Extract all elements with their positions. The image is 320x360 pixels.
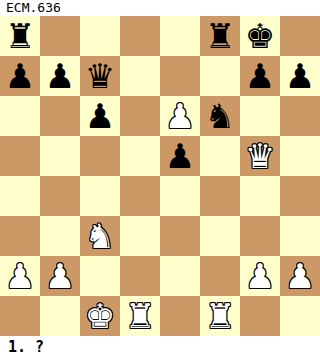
square-b8[interactable]	[40, 16, 80, 56]
black-rook-icon[interactable]: ♜	[5, 16, 35, 56]
square-h8[interactable]	[280, 16, 320, 56]
square-g2[interactable]: ♟	[240, 256, 280, 296]
square-d8[interactable]	[120, 16, 160, 56]
black-pawn-icon[interactable]: ♟	[85, 96, 115, 136]
square-g6[interactable]	[240, 96, 280, 136]
black-pawn-icon[interactable]: ♟	[285, 56, 315, 96]
square-h2[interactable]: ♟	[280, 256, 320, 296]
square-h5[interactable]	[280, 136, 320, 176]
square-a4[interactable]	[0, 176, 40, 216]
square-g5[interactable]: ♛	[240, 136, 280, 176]
square-h1[interactable]	[280, 296, 320, 336]
white-pawn-icon[interactable]: ♟	[285, 256, 315, 296]
square-f1[interactable]: ♜	[200, 296, 240, 336]
black-rook-icon[interactable]: ♜	[205, 16, 235, 56]
square-c8[interactable]	[80, 16, 120, 56]
black-king-icon[interactable]: ♚	[245, 16, 275, 56]
square-d5[interactable]	[120, 136, 160, 176]
square-f4[interactable]	[200, 176, 240, 216]
square-e1[interactable]	[160, 296, 200, 336]
square-d1[interactable]: ♜	[120, 296, 160, 336]
square-d4[interactable]	[120, 176, 160, 216]
square-c4[interactable]	[80, 176, 120, 216]
square-c7[interactable]: ♛	[80, 56, 120, 96]
square-c1[interactable]: ♚	[80, 296, 120, 336]
square-h7[interactable]: ♟	[280, 56, 320, 96]
black-pawn-icon[interactable]: ♟	[5, 56, 35, 96]
square-g7[interactable]: ♟	[240, 56, 280, 96]
square-e3[interactable]	[160, 216, 200, 256]
square-h6[interactable]	[280, 96, 320, 136]
square-b6[interactable]	[40, 96, 80, 136]
square-c6[interactable]: ♟	[80, 96, 120, 136]
square-f6[interactable]: ♞	[200, 96, 240, 136]
square-a3[interactable]	[0, 216, 40, 256]
square-h3[interactable]	[280, 216, 320, 256]
white-pawn-icon[interactable]: ♟	[5, 256, 35, 296]
square-a5[interactable]	[0, 136, 40, 176]
white-king-icon[interactable]: ♚	[85, 296, 115, 336]
square-g1[interactable]	[240, 296, 280, 336]
square-b3[interactable]	[40, 216, 80, 256]
square-e5[interactable]: ♟	[160, 136, 200, 176]
square-f8[interactable]: ♜	[200, 16, 240, 56]
square-b1[interactable]	[40, 296, 80, 336]
square-g8[interactable]: ♚	[240, 16, 280, 56]
white-knight-icon[interactable]: ♞	[85, 216, 115, 256]
square-d2[interactable]	[120, 256, 160, 296]
square-e6[interactable]: ♟	[160, 96, 200, 136]
square-e7[interactable]	[160, 56, 200, 96]
move-prompt: 1. ?	[0, 336, 320, 360]
square-e4[interactable]	[160, 176, 200, 216]
square-c2[interactable]	[80, 256, 120, 296]
square-e2[interactable]	[160, 256, 200, 296]
white-pawn-icon[interactable]: ♟	[45, 256, 75, 296]
page-title: ECM.636	[0, 0, 320, 16]
square-f2[interactable]	[200, 256, 240, 296]
square-b7[interactable]: ♟	[40, 56, 80, 96]
square-f3[interactable]	[200, 216, 240, 256]
square-d6[interactable]	[120, 96, 160, 136]
black-pawn-icon[interactable]: ♟	[45, 56, 75, 96]
square-f7[interactable]	[200, 56, 240, 96]
square-d7[interactable]	[120, 56, 160, 96]
white-pawn-icon[interactable]: ♟	[165, 96, 195, 136]
square-b2[interactable]: ♟	[40, 256, 80, 296]
square-g4[interactable]	[240, 176, 280, 216]
square-f5[interactable]	[200, 136, 240, 176]
black-knight-icon[interactable]: ♞	[205, 96, 235, 136]
square-c3[interactable]: ♞	[80, 216, 120, 256]
square-b5[interactable]	[40, 136, 80, 176]
square-a6[interactable]	[0, 96, 40, 136]
square-b4[interactable]	[40, 176, 80, 216]
square-g3[interactable]	[240, 216, 280, 256]
white-pawn-icon[interactable]: ♟	[245, 256, 275, 296]
black-queen-icon[interactable]: ♛	[85, 56, 115, 96]
black-pawn-icon[interactable]: ♟	[245, 56, 275, 96]
square-a2[interactable]: ♟	[0, 256, 40, 296]
white-queen-icon[interactable]: ♛	[245, 136, 275, 176]
square-c5[interactable]	[80, 136, 120, 176]
square-h4[interactable]	[280, 176, 320, 216]
square-a1[interactable]	[0, 296, 40, 336]
chess-board: ♜♜♚♟♟♛♟♟♟♟♞♟♛♞♟♟♟♟♚♜♜	[0, 16, 320, 336]
square-a7[interactable]: ♟	[0, 56, 40, 96]
square-d3[interactable]	[120, 216, 160, 256]
white-rook-icon[interactable]: ♜	[125, 296, 155, 336]
white-rook-icon[interactable]: ♜	[205, 296, 235, 336]
square-e8[interactable]	[160, 16, 200, 56]
black-pawn-icon[interactable]: ♟	[165, 136, 195, 176]
square-a8[interactable]: ♜	[0, 16, 40, 56]
chess-puzzle-page: ECM.636 ♜♜♚♟♟♛♟♟♟♟♞♟♛♞♟♟♟♟♚♜♜ 1. ?	[0, 0, 320, 360]
